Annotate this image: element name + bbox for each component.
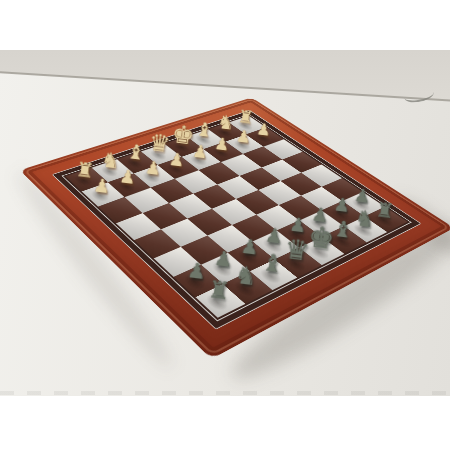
letterbox-top	[0, 0, 450, 50]
letterbox-bottom	[0, 396, 450, 450]
photo-stage: ♜♞♝♚♛♝♞♜♟♟♟♟♟♟♟♟♟♟♟♟♟♟♟♟♜♞♝♚♛♝♞♜	[0, 0, 450, 450]
white-pawn-glyph: ♟	[82, 175, 121, 198]
table-edge-marks	[0, 391, 450, 395]
black-rook-glyph: ♜	[196, 276, 241, 305]
